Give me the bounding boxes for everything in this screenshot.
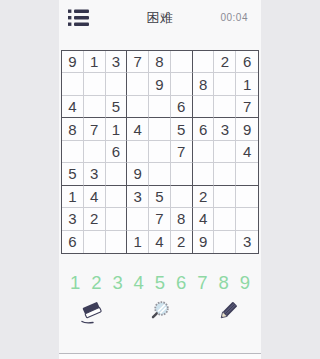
cell-r3c9[interactable]: 7	[236, 96, 258, 118]
cell-r2c4[interactable]	[127, 73, 149, 95]
numpad-2[interactable]: 2	[91, 270, 101, 296]
cell-r1c1[interactable]: 9	[62, 51, 84, 73]
cell-r5c2[interactable]	[84, 141, 106, 163]
cell-r1c5[interactable]: 8	[149, 51, 171, 73]
cell-r4c8[interactable]: 3	[214, 118, 236, 140]
cell-r7c5[interactable]: 5	[149, 186, 171, 208]
cell-r5c4[interactable]	[127, 141, 149, 163]
cell-r6c1[interactable]: 5	[62, 163, 84, 185]
cell-r6c4[interactable]: 9	[127, 163, 149, 185]
cell-r5c7[interactable]	[193, 141, 215, 163]
top-bar: 困难 00:04	[59, 0, 261, 36]
cell-r4c6[interactable]: 5	[171, 118, 193, 140]
cell-r2c6[interactable]	[171, 73, 193, 95]
cell-r2c2[interactable]	[84, 73, 106, 95]
cell-r4c3[interactable]: 1	[106, 118, 128, 140]
numpad-4[interactable]: 4	[134, 270, 144, 296]
cell-r3c1[interactable]: 4	[62, 96, 84, 118]
cell-r8c9[interactable]	[236, 208, 258, 230]
cell-r3c2[interactable]	[84, 96, 106, 118]
cell-r5c5[interactable]	[149, 141, 171, 163]
pencil-icon	[213, 298, 241, 326]
cell-r7c7[interactable]: 2	[193, 186, 215, 208]
cell-r9c6[interactable]: 2	[171, 231, 193, 253]
numpad-8[interactable]: 8	[218, 270, 228, 296]
cell-r5c8[interactable]	[214, 141, 236, 163]
cell-r2c3[interactable]	[106, 73, 128, 95]
cell-r2c1[interactable]	[62, 73, 84, 95]
timer: 00:04	[220, 12, 248, 23]
cell-r7c3[interactable]	[106, 186, 128, 208]
cell-r8c8[interactable]	[214, 208, 236, 230]
cell-r3c5[interactable]	[149, 96, 171, 118]
cell-r3c3[interactable]: 5	[106, 96, 128, 118]
cell-r3c4[interactable]	[127, 96, 149, 118]
cell-r7c4[interactable]: 3	[127, 186, 149, 208]
cell-r3c6[interactable]: 6	[171, 96, 193, 118]
cell-r6c5[interactable]	[149, 163, 171, 185]
cell-r7c2[interactable]: 4	[84, 186, 106, 208]
cell-r4c4[interactable]: 4	[127, 118, 149, 140]
cell-r8c6[interactable]: 8	[171, 208, 193, 230]
cell-r1c4[interactable]: 7	[127, 51, 149, 73]
cell-r9c3[interactable]	[106, 231, 128, 253]
numpad-3[interactable]: 3	[112, 270, 122, 296]
cell-r4c9[interactable]: 9	[236, 118, 258, 140]
cell-r5c6[interactable]: 7	[171, 141, 193, 163]
cell-r7c6[interactable]	[171, 186, 193, 208]
cell-r5c3[interactable]: 6	[106, 141, 128, 163]
cell-r6c8[interactable]	[214, 163, 236, 185]
hint-button[interactable]	[126, 297, 193, 327]
cell-r1c2[interactable]: 1	[84, 51, 106, 73]
toolbar	[59, 297, 261, 327]
cell-r3c7[interactable]	[193, 96, 215, 118]
cell-r8c1[interactable]: 3	[62, 208, 84, 230]
cell-r9c5[interactable]: 4	[149, 231, 171, 253]
cell-r1c9[interactable]: 6	[236, 51, 258, 73]
cell-r6c2[interactable]: 3	[84, 163, 106, 185]
sudoku-board: 9137826981456787145639674539143523278461…	[61, 50, 259, 254]
cell-r7c8[interactable]	[214, 186, 236, 208]
cell-r7c1[interactable]: 1	[62, 186, 84, 208]
cell-r6c7[interactable]	[193, 163, 215, 185]
cell-r8c2[interactable]: 2	[84, 208, 106, 230]
cell-r9c4[interactable]: 1	[127, 231, 149, 253]
cell-r1c8[interactable]: 2	[214, 51, 236, 73]
cell-r7c9[interactable]	[236, 186, 258, 208]
eraser-button[interactable]	[59, 297, 126, 327]
cell-r8c5[interactable]: 7	[149, 208, 171, 230]
numpad-7[interactable]: 7	[197, 270, 207, 296]
numpad-6[interactable]: 6	[176, 270, 186, 296]
cell-r2c8[interactable]	[214, 73, 236, 95]
cell-r4c2[interactable]: 7	[84, 118, 106, 140]
magnifier-icon	[146, 298, 174, 326]
cell-r9c9[interactable]: 3	[236, 231, 258, 253]
numpad-9[interactable]: 9	[240, 270, 250, 296]
cell-r2c7[interactable]: 8	[193, 73, 215, 95]
numpad-5[interactable]: 5	[155, 270, 165, 296]
numpad-1[interactable]: 1	[70, 270, 80, 296]
cell-r2c5[interactable]: 9	[149, 73, 171, 95]
cell-r8c3[interactable]	[106, 208, 128, 230]
eraser-icon	[78, 298, 108, 326]
cell-r6c3[interactable]	[106, 163, 128, 185]
number-pad: 123456789	[59, 270, 261, 296]
cell-r4c7[interactable]: 6	[193, 118, 215, 140]
cell-r8c7[interactable]: 4	[193, 208, 215, 230]
cell-r1c6[interactable]	[171, 51, 193, 73]
cell-r5c1[interactable]	[62, 141, 84, 163]
cell-r3c8[interactable]	[214, 96, 236, 118]
cell-r4c1[interactable]: 8	[62, 118, 84, 140]
cell-r9c1[interactable]: 6	[62, 231, 84, 253]
cell-r6c6[interactable]	[171, 163, 193, 185]
cell-r9c2[interactable]	[84, 231, 106, 253]
cell-r8c4[interactable]	[127, 208, 149, 230]
cell-r9c7[interactable]: 9	[193, 231, 215, 253]
cell-r4c5[interactable]	[149, 118, 171, 140]
cell-r5c9[interactable]: 4	[236, 141, 258, 163]
bottom-divider	[59, 353, 261, 359]
sudoku-app-screen: 困难 00:04 9137826981456787145639674539143…	[59, 0, 261, 359]
cell-r9c8[interactable]	[214, 231, 236, 253]
cell-r1c7[interactable]	[193, 51, 215, 73]
pencil-button[interactable]	[194, 297, 261, 327]
cell-r2c9[interactable]: 1	[236, 73, 258, 95]
cell-r1c3[interactable]: 3	[106, 51, 128, 73]
cell-r6c9[interactable]	[236, 163, 258, 185]
